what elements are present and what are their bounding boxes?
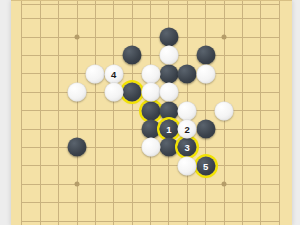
page-background: { "game": "gomoku", "description": "Five… <box>0 0 300 225</box>
grid-vline <box>21 1 22 225</box>
stone-black-c9r10 <box>159 138 178 157</box>
stone-white-c8r10 <box>141 138 160 157</box>
stone-white-c8r6 <box>141 64 160 83</box>
stone-black-c10r10-winning: 3 <box>178 138 197 157</box>
stone-black-c11r5 <box>196 46 215 65</box>
stone-black-c9r8 <box>159 101 178 120</box>
grid-vline <box>279 1 280 225</box>
stone-white-c10r9: 2 <box>178 120 197 139</box>
stone-white-c9r5 <box>159 46 178 65</box>
stone-white-c10r8 <box>178 101 197 120</box>
grid-hline <box>22 37 280 38</box>
grid-hline <box>22 4 280 5</box>
move-number: 5 <box>203 156 208 175</box>
stone-black-c9r6 <box>159 64 178 83</box>
stone-white-c6r7 <box>104 83 123 102</box>
stone-white-c9r7 <box>159 83 178 102</box>
grid-vline <box>40 1 41 225</box>
stone-white-c6r6: 4 <box>104 64 123 83</box>
grid-hline <box>22 165 280 166</box>
stone-white-c12r8 <box>215 101 234 120</box>
stone-white-c4r7 <box>68 83 87 102</box>
stone-black-c11r11-winning: 5 <box>196 156 215 175</box>
stone-black-c7r5 <box>123 46 142 65</box>
grid-vline <box>132 1 133 225</box>
grid-hline <box>22 184 280 185</box>
star-point <box>222 35 227 40</box>
move-number: 4 <box>111 64 116 83</box>
stone-white-c5r6 <box>86 64 105 83</box>
grid-vline <box>113 1 114 225</box>
move-number: 3 <box>185 138 190 157</box>
stone-white-c10r11 <box>178 156 197 175</box>
grid-vline <box>242 1 243 225</box>
move-number: 2 <box>185 120 190 139</box>
grid-vline <box>260 1 261 225</box>
grid-hline <box>22 18 280 19</box>
stone-black-c8r8-winning <box>141 101 160 120</box>
stone-black-c11r9 <box>196 120 215 139</box>
stone-black-c9r4 <box>159 28 178 47</box>
move-number: 1 <box>166 120 171 139</box>
star-point <box>75 35 80 40</box>
grid-hline <box>22 202 280 203</box>
stone-black-c10r6 <box>178 64 197 83</box>
stone-white-c8r7 <box>141 83 160 102</box>
stone-black-c8r9 <box>141 120 160 139</box>
grid-vline <box>58 1 59 225</box>
grid-hline <box>22 221 280 222</box>
grid-hline <box>22 55 280 56</box>
stone-white-c11r6 <box>196 64 215 83</box>
grid-vline <box>205 1 206 225</box>
stone-black-c4r10 <box>68 138 87 157</box>
grid-vline <box>95 1 96 225</box>
star-point <box>75 182 80 187</box>
star-point <box>222 182 227 187</box>
gomoku-board[interactable]: 13542 <box>11 0 292 225</box>
stone-black-c7r7-winning <box>123 83 142 102</box>
stone-black-c9r9-winning: 1 <box>159 120 178 139</box>
